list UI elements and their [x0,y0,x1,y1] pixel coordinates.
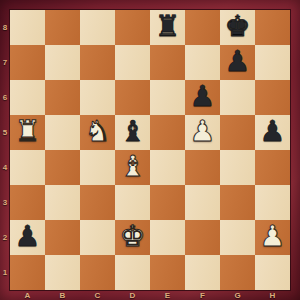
square-c4[interactable] [80,150,115,185]
square-f3[interactable] [185,185,220,220]
square-e6[interactable] [150,80,185,115]
square-g5[interactable] [220,115,255,150]
square-g7[interactable]: ♟ [220,45,255,80]
square-b2[interactable] [45,220,80,255]
rank-label-4: 4 [0,150,10,185]
square-a3[interactable] [10,185,45,220]
square-h1[interactable] [255,255,290,290]
square-a7[interactable] [10,45,45,80]
square-h6[interactable] [255,80,290,115]
square-d4[interactable]: ♝ [115,150,150,185]
file-label-c: C [80,290,115,300]
rank-label-6: 6 [0,80,10,115]
square-e7[interactable] [150,45,185,80]
square-d3[interactable] [115,185,150,220]
square-e4[interactable] [150,150,185,185]
square-g6[interactable] [220,80,255,115]
file-label-f: F [185,290,220,300]
piece-black-rook[interactable]: ♜ [155,12,181,41]
square-f7[interactable] [185,45,220,80]
square-b6[interactable] [45,80,80,115]
rank-label-1: 1 [0,255,10,290]
square-f2[interactable] [185,220,220,255]
rank-label-7: 7 [0,45,10,80]
square-b7[interactable] [45,45,80,80]
square-d7[interactable] [115,45,150,80]
square-a2[interactable]: ♟ [10,220,45,255]
square-b8[interactable] [45,10,80,45]
file-label-h: H [255,290,290,300]
square-h8[interactable] [255,10,290,45]
square-d5[interactable]: ♝ [115,115,150,150]
square-e1[interactable] [150,255,185,290]
square-f5[interactable]: ♟ [185,115,220,150]
square-a5[interactable]: ♜ [10,115,45,150]
square-f4[interactable] [185,150,220,185]
square-e2[interactable] [150,220,185,255]
square-d2[interactable]: ♚ [115,220,150,255]
square-c6[interactable] [80,80,115,115]
square-a1[interactable] [10,255,45,290]
square-b5[interactable] [45,115,80,150]
piece-black-pawn[interactable]: ♟ [260,117,286,146]
square-b3[interactable] [45,185,80,220]
square-f6[interactable]: ♟ [185,80,220,115]
piece-white-king[interactable]: ♚ [120,222,146,251]
piece-white-pawn[interactable]: ♟ [190,117,216,146]
square-c8[interactable] [80,10,115,45]
square-f8[interactable] [185,10,220,45]
file-label-e: E [150,290,185,300]
file-label-g: G [220,290,255,300]
square-c5[interactable]: ♞ [80,115,115,150]
piece-black-king[interactable]: ♚ [225,12,251,41]
file-label-b: B [45,290,80,300]
square-c2[interactable] [80,220,115,255]
square-h7[interactable] [255,45,290,80]
square-h4[interactable] [255,150,290,185]
square-h5[interactable]: ♟ [255,115,290,150]
square-e3[interactable] [150,185,185,220]
piece-white-pawn[interactable]: ♟ [260,222,286,251]
square-d1[interactable] [115,255,150,290]
piece-black-pawn[interactable]: ♟ [225,47,251,76]
file-label-d: D [115,290,150,300]
piece-white-knight[interactable]: ♞ [85,117,111,146]
square-g2[interactable] [220,220,255,255]
square-g8[interactable]: ♚ [220,10,255,45]
square-a6[interactable] [10,80,45,115]
square-c1[interactable] [80,255,115,290]
square-e5[interactable] [150,115,185,150]
square-b1[interactable] [45,255,80,290]
rank-label-3: 3 [0,185,10,220]
piece-white-rook[interactable]: ♜ [15,117,41,146]
square-c7[interactable] [80,45,115,80]
square-a4[interactable] [10,150,45,185]
square-g4[interactable] [220,150,255,185]
square-c3[interactable] [80,185,115,220]
square-a8[interactable] [10,10,45,45]
square-f1[interactable] [185,255,220,290]
rank-label-8: 8 [0,10,10,45]
file-label-a: A [10,290,45,300]
rank-label-5: 5 [0,115,10,150]
piece-black-pawn[interactable]: ♟ [190,82,216,111]
piece-black-pawn[interactable]: ♟ [15,222,41,251]
square-e8[interactable]: ♜ [150,10,185,45]
square-b4[interactable] [45,150,80,185]
piece-black-bishop[interactable]: ♝ [120,117,146,146]
square-g3[interactable] [220,185,255,220]
square-h2[interactable]: ♟ [255,220,290,255]
chess-board-frame: ♜♚♟♟♜♞♝♟♟♝♟♚♟ 87654321 ABCDEFGH [0,0,300,300]
rank-label-2: 2 [0,220,10,255]
square-g1[interactable] [220,255,255,290]
chess-board: ♜♚♟♟♜♞♝♟♟♝♟♚♟ [10,10,290,290]
square-d8[interactable] [115,10,150,45]
square-h3[interactable] [255,185,290,220]
piece-white-bishop[interactable]: ♝ [120,152,146,181]
square-d6[interactable] [115,80,150,115]
